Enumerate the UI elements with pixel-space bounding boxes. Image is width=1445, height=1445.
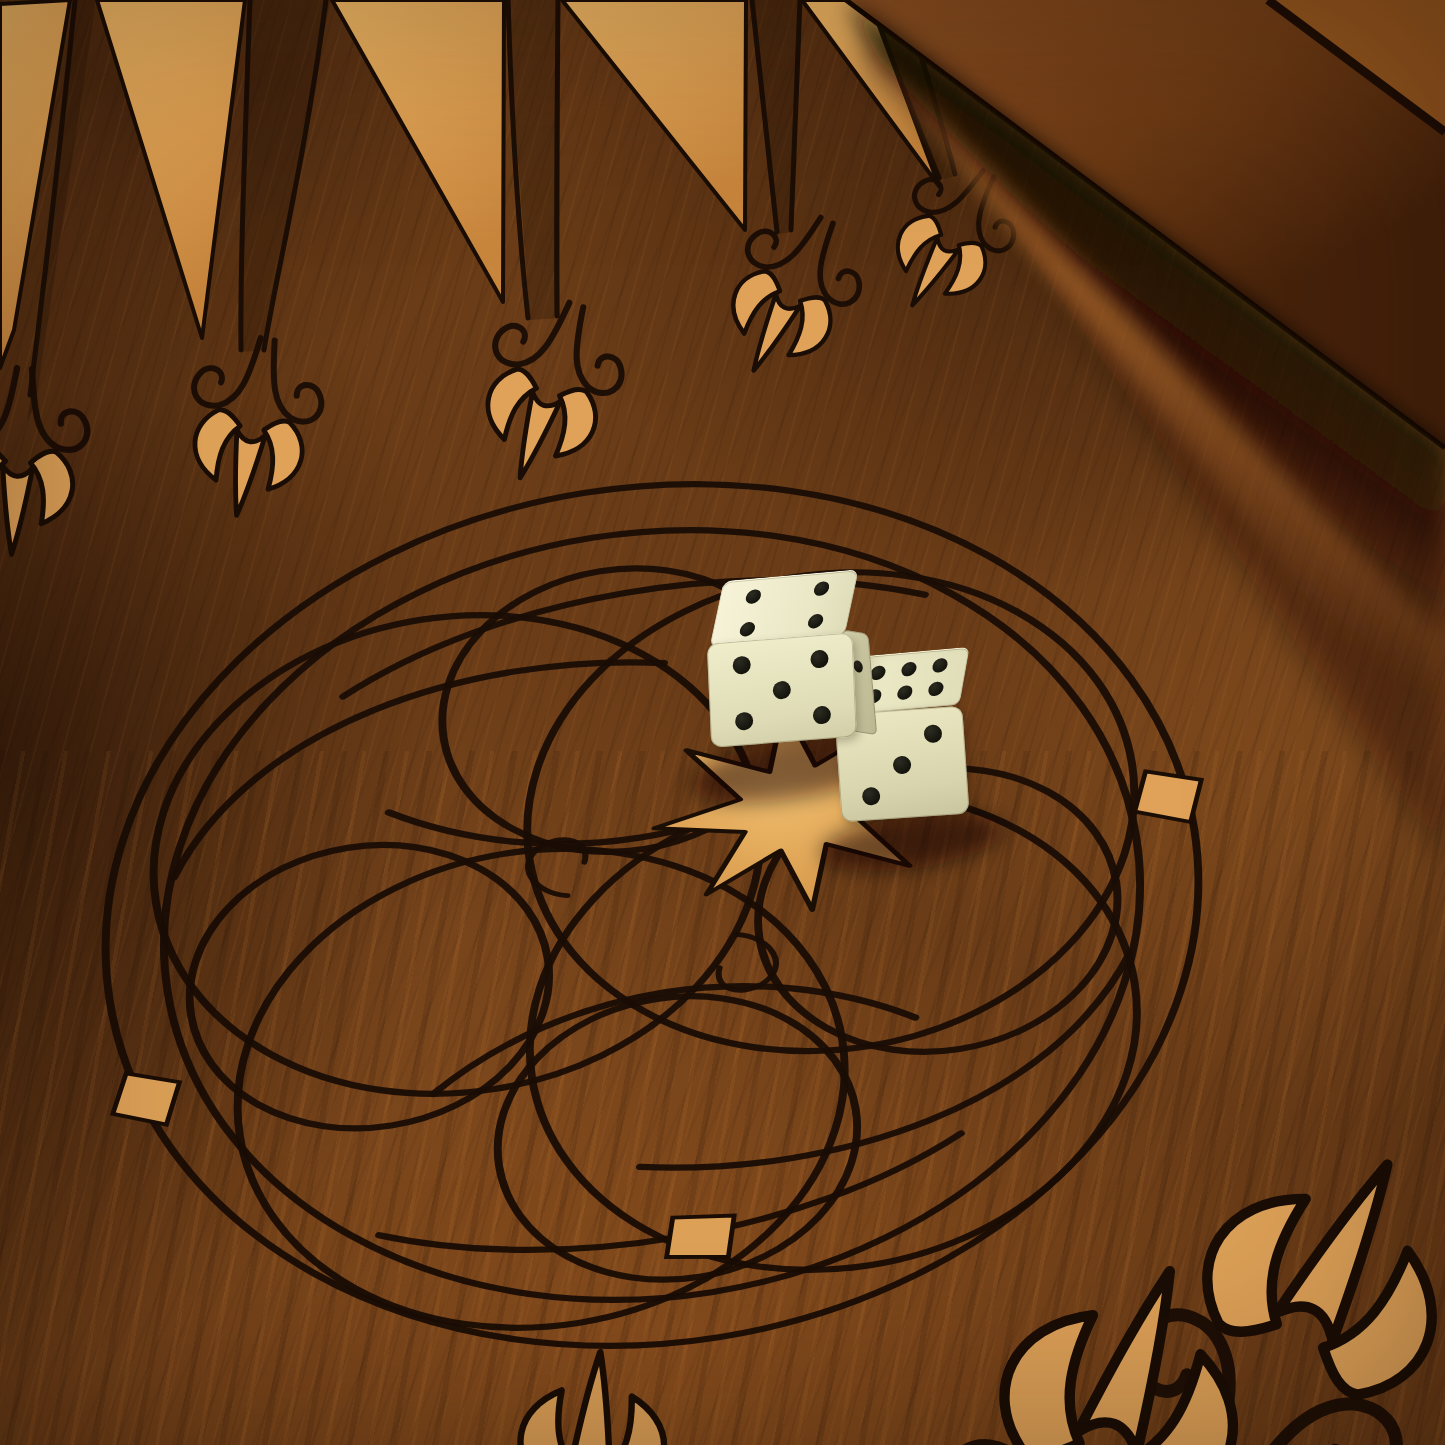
die-pip — [739, 621, 757, 637]
die-pip — [734, 712, 753, 731]
die-pip — [900, 661, 917, 677]
die-pip — [927, 681, 944, 697]
die-pip — [813, 705, 832, 724]
die-pip — [807, 614, 825, 630]
die-pip — [810, 649, 829, 668]
die-pip — [853, 659, 863, 672]
die-left-front-face — [707, 632, 857, 747]
die-pip — [924, 724, 943, 743]
die-pip — [892, 755, 911, 774]
die-left — [697, 569, 874, 765]
backgammon-board-photo — [0, 0, 1445, 1445]
die-pip — [744, 588, 762, 604]
die-pip — [932, 657, 949, 673]
die-pip — [812, 581, 830, 597]
die-pip — [861, 787, 880, 806]
die-pip — [772, 680, 791, 699]
die-pip — [732, 655, 751, 674]
die-pip — [896, 685, 913, 701]
